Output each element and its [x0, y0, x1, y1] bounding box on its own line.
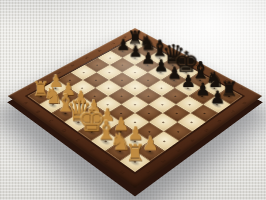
file-label-bottom-h: H	[118, 170, 125, 175]
rank-label-left-4: 4	[70, 64, 76, 67]
board-frame: ♜♞♝♛♚♝♞♜♟♟♟♟♟♟♟♟♟♟♟♟♟♟♟♟♜♞♝♛♚♝♞♜ AABBCCD…	[8, 28, 263, 189]
file-label-bottom-f: F	[89, 149, 95, 153]
square-h6	[191, 104, 219, 122]
rank-label-right-2: 2	[160, 159, 166, 164]
file-label-bottom-c: C	[47, 119, 53, 123]
chess-board-grid: ♜♞♝♛♚♝♞♜♟♟♟♟♟♟♟♟♟♟♟♟♟♟♟♟♜♞♝♛♚♝♞♜	[25, 36, 246, 174]
rank-label-right-5: 5	[203, 129, 209, 133]
rank-label-right-4: 4	[189, 138, 195, 142]
file-label-top-h: H	[239, 87, 245, 91]
chess-set-photo: ♜♞♝♛♚♝♞♜♟♟♟♟♟♟♟♟♟♟♟♟♟♟♟♟♜♞♝♛♚♝♞♜ AABBCCD…	[0, 0, 266, 200]
rank-label-right-3: 3	[175, 149, 181, 153]
chess-board: ♜♞♝♛♚♝♞♜♟♟♟♟♟♟♟♟♟♟♟♟♟♟♟♟♜♞♝♛♚♝♞♜ AABBCCD…	[8, 28, 263, 189]
rank-label-left-7: 7	[110, 43, 115, 46]
file-label-bottom-g: G	[103, 159, 110, 164]
rank-label-right-1: 1	[145, 170, 152, 175]
rank-label-left-6: 6	[97, 49, 102, 52]
file-label-bottom-b: B	[35, 110, 41, 114]
rank-label-right-6: 6	[216, 119, 222, 123]
rank-label-left-5: 5	[83, 57, 88, 60]
rank-label-left-1: 1	[26, 87, 32, 90]
file-label-bottom-a: A	[22, 101, 28, 105]
file-label-bottom-d: D	[60, 129, 67, 133]
rank-label-right-8: 8	[242, 101, 248, 105]
rank-label-right-7: 7	[229, 110, 235, 114]
file-label-bottom-e: E	[74, 139, 80, 143]
